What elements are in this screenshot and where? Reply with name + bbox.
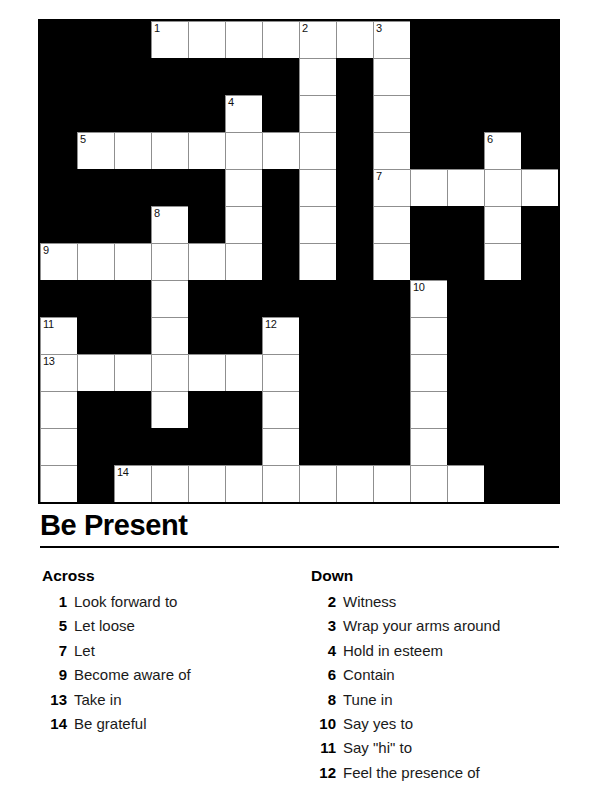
down-clue-text: Say yes to (343, 712, 413, 736)
block-cell-r10c8 (336, 391, 373, 428)
block-cell-r10c12 (484, 391, 521, 428)
cell-r5c3[interactable]: 8 (151, 206, 188, 243)
block-cell-r4c1 (77, 169, 114, 206)
block-cell-r11c3 (151, 428, 188, 465)
block-cell-r9c8 (336, 354, 373, 391)
cell-r6c9[interactable] (373, 243, 410, 280)
cell-r9c1[interactable] (77, 354, 114, 391)
block-cell-r7c1 (77, 280, 114, 317)
block-cell-r5c2 (114, 206, 151, 243)
cell-r6c0[interactable]: 9 (40, 243, 77, 280)
block-cell-r0c11 (447, 21, 484, 58)
block-cell-r7c9 (373, 280, 410, 317)
title-divider (40, 546, 559, 548)
cell-r1c9[interactable] (373, 58, 410, 95)
across-clue-number: 14 (40, 712, 67, 736)
cell-r12c11[interactable] (447, 465, 484, 502)
across-clue-14: 14Be grateful (40, 712, 305, 736)
block-cell-r10c2 (114, 391, 151, 428)
block-cell-r0c10 (410, 21, 447, 58)
block-cell-r1c11 (447, 58, 484, 95)
crossword-board: 1234567891011121314 (38, 19, 560, 504)
cell-r6c12[interactable] (484, 243, 521, 280)
block-cell-r5c1 (77, 206, 114, 243)
block-cell-r12c13 (521, 465, 558, 502)
block-cell-r11c7 (299, 428, 336, 465)
block-cell-r6c6 (262, 243, 299, 280)
cell-r5c9[interactable] (373, 206, 410, 243)
across-clue-9: 9Become aware of (40, 663, 305, 687)
cell-r0c3[interactable]: 1 (151, 21, 188, 58)
block-cell-r9c7 (299, 354, 336, 391)
clue-number-2: 2 (302, 22, 308, 34)
block-cell-r2c10 (410, 95, 447, 132)
cell-r0c5[interactable] (225, 21, 262, 58)
across-clue-number: 5 (40, 614, 67, 638)
block-cell-r8c1 (77, 317, 114, 354)
down-clue-text: Say "hi" to (343, 736, 412, 760)
block-cell-r11c9 (373, 428, 410, 465)
across-clue-5: 5Let loose (40, 614, 305, 638)
block-cell-r5c11 (447, 206, 484, 243)
down-clue-number: 3 (309, 614, 336, 638)
cell-r6c4[interactable] (188, 243, 225, 280)
down-clue-number: 2 (309, 590, 336, 614)
cell-r11c10[interactable] (410, 428, 447, 465)
cell-r3c6[interactable] (262, 132, 299, 169)
block-cell-r3c11 (447, 132, 484, 169)
block-cell-r9c12 (484, 354, 521, 391)
cell-r12c5[interactable] (225, 465, 262, 502)
across-clue-text: Be grateful (74, 712, 147, 736)
block-cell-r2c1 (77, 95, 114, 132)
block-cell-r0c12 (484, 21, 521, 58)
block-cell-r7c6 (262, 280, 299, 317)
cell-r1c7[interactable] (299, 58, 336, 95)
down-clue-text: Contain (343, 663, 395, 687)
block-cell-r2c12 (484, 95, 521, 132)
puzzle-title: Be Present (40, 509, 188, 542)
cell-r6c7[interactable] (299, 243, 336, 280)
block-cell-r8c2 (114, 317, 151, 354)
clue-number-9: 9 (43, 244, 49, 256)
cell-r3c9[interactable] (373, 132, 410, 169)
cell-r0c7[interactable]: 2 (299, 21, 336, 58)
block-cell-r1c5 (225, 58, 262, 95)
cell-r3c3[interactable] (151, 132, 188, 169)
block-cell-r11c5 (225, 428, 262, 465)
block-cell-r5c8 (336, 206, 373, 243)
down-clue-8: 8Tune in (309, 688, 574, 712)
across-clue-text: Take in (74, 688, 122, 712)
block-cell-r9c9 (373, 354, 410, 391)
block-cell-r10c13 (521, 391, 558, 428)
clue-number-11: 11 (43, 318, 54, 330)
down-clue-number: 6 (309, 663, 336, 687)
block-cell-r3c0 (40, 132, 77, 169)
down-clue-list: 2Witness3Wrap your arms around4Hold in e… (309, 590, 574, 785)
block-cell-r11c12 (484, 428, 521, 465)
block-cell-r9c13 (521, 354, 558, 391)
clue-number-5: 5 (80, 133, 86, 145)
cell-r12c3[interactable] (151, 465, 188, 502)
block-cell-r1c2 (114, 58, 151, 95)
cell-r10c3[interactable] (151, 391, 188, 428)
cell-r3c4[interactable] (188, 132, 225, 169)
block-cell-r2c0 (40, 95, 77, 132)
block-cell-r6c13 (521, 243, 558, 280)
across-clue-list: 1Look forward to5Let loose7Let9Become aw… (40, 590, 305, 736)
block-cell-r8c5 (225, 317, 262, 354)
clue-number-6: 6 (487, 133, 493, 145)
down-header: Down (311, 566, 574, 586)
across-clues-section: Across 1Look forward to5Let loose7Let9Be… (40, 566, 305, 736)
block-cell-r5c6 (262, 206, 299, 243)
cell-r4c5[interactable] (225, 169, 262, 206)
cell-r9c5[interactable] (225, 354, 262, 391)
across-clue-13: 13Take in (40, 688, 305, 712)
block-cell-r4c0 (40, 169, 77, 206)
cell-r9c3[interactable] (151, 354, 188, 391)
block-cell-r2c4 (188, 95, 225, 132)
block-cell-r7c11 (447, 280, 484, 317)
down-clue-number: 10 (309, 712, 336, 736)
clue-number-1: 1 (154, 22, 160, 34)
block-cell-r7c7 (299, 280, 336, 317)
across-clue-number: 13 (40, 688, 67, 712)
block-cell-r2c8 (336, 95, 373, 132)
across-clue-number: 9 (40, 663, 67, 687)
block-cell-r8c11 (447, 317, 484, 354)
across-clue-text: Let (74, 639, 95, 663)
block-cell-r2c13 (521, 95, 558, 132)
cell-r10c10[interactable] (410, 391, 447, 428)
block-cell-r1c12 (484, 58, 521, 95)
down-clue-2: 2Witness (309, 590, 574, 614)
block-cell-r6c10 (410, 243, 447, 280)
block-cell-r2c3 (151, 95, 188, 132)
block-cell-r11c13 (521, 428, 558, 465)
down-clue-10: 10Say yes to (309, 712, 574, 736)
block-cell-r10c11 (447, 391, 484, 428)
down-clue-number: 12 (309, 761, 336, 785)
block-cell-r4c6 (262, 169, 299, 206)
cell-r5c5[interactable] (225, 206, 262, 243)
down-clue-6: 6Contain (309, 663, 574, 687)
cell-r8c0[interactable]: 11 (40, 317, 77, 354)
cell-r3c5[interactable] (225, 132, 262, 169)
cell-r10c0[interactable] (40, 391, 77, 428)
cell-r8c10[interactable] (410, 317, 447, 354)
down-clue-text: Feel the presence of (343, 761, 480, 785)
cell-r6c3[interactable] (151, 243, 188, 280)
block-cell-r8c9 (373, 317, 410, 354)
clue-number-12: 12 (265, 318, 277, 330)
cell-r3c12[interactable]: 6 (484, 132, 521, 169)
block-cell-r8c12 (484, 317, 521, 354)
block-cell-r11c8 (336, 428, 373, 465)
block-cell-r7c13 (521, 280, 558, 317)
down-clue-4: 4Hold in esteem (309, 639, 574, 663)
block-cell-r1c4 (188, 58, 225, 95)
cell-r12c7[interactable] (299, 465, 336, 502)
cell-r2c7[interactable] (299, 95, 336, 132)
cell-r3c1[interactable]: 5 (77, 132, 114, 169)
cell-r6c2[interactable] (114, 243, 151, 280)
cell-r4c11[interactable] (447, 169, 484, 206)
block-cell-r3c8 (336, 132, 373, 169)
clue-number-3: 3 (376, 22, 382, 34)
cell-r3c2[interactable] (114, 132, 151, 169)
block-cell-r10c7 (299, 391, 336, 428)
cell-r0c8[interactable] (336, 21, 373, 58)
block-cell-r0c13 (521, 21, 558, 58)
cell-r3c7[interactable] (299, 132, 336, 169)
block-cell-r4c4 (188, 169, 225, 206)
block-cell-r11c4 (188, 428, 225, 465)
cell-r2c9[interactable] (373, 95, 410, 132)
block-cell-r7c0 (40, 280, 77, 317)
block-cell-r10c4 (188, 391, 225, 428)
cell-r12c9[interactable] (373, 465, 410, 502)
cell-r9c2[interactable] (114, 354, 151, 391)
cell-r12c0[interactable] (40, 465, 77, 502)
clue-number-13: 13 (43, 355, 55, 367)
block-cell-r8c8 (336, 317, 373, 354)
cell-r4c7[interactable] (299, 169, 336, 206)
block-cell-r8c4 (188, 317, 225, 354)
block-cell-r5c13 (521, 206, 558, 243)
cell-r4c12[interactable] (484, 169, 521, 206)
block-cell-r1c10 (410, 58, 447, 95)
down-clue-text: Witness (343, 590, 396, 614)
across-clue-1: 1Look forward to (40, 590, 305, 614)
across-clue-text: Let loose (74, 614, 135, 638)
cell-r5c12[interactable] (484, 206, 521, 243)
crossword-grid: 1234567891011121314 (40, 21, 558, 502)
block-cell-r7c5 (225, 280, 262, 317)
block-cell-r1c6 (262, 58, 299, 95)
block-cell-r11c11 (447, 428, 484, 465)
down-clue-12: 12Feel the presence of (309, 761, 574, 785)
down-clue-3: 3Wrap your arms around (309, 614, 574, 638)
across-clue-number: 7 (40, 639, 67, 663)
block-cell-r10c1 (77, 391, 114, 428)
cell-r4c13[interactable] (521, 169, 558, 206)
down-clue-number: 8 (309, 688, 336, 712)
cell-r11c0[interactable] (40, 428, 77, 465)
block-cell-r6c11 (447, 243, 484, 280)
down-clue-text: Hold in esteem (343, 639, 443, 663)
block-cell-r8c7 (299, 317, 336, 354)
block-cell-r9c11 (447, 354, 484, 391)
cell-r12c8[interactable] (336, 465, 373, 502)
clue-number-4: 4 (228, 96, 234, 108)
block-cell-r2c11 (447, 95, 484, 132)
cell-r7c10[interactable]: 10 (410, 280, 447, 317)
cell-r9c0[interactable]: 13 (40, 354, 77, 391)
block-cell-r2c6 (262, 95, 299, 132)
cell-r0c6[interactable] (262, 21, 299, 58)
block-cell-r7c4 (188, 280, 225, 317)
down-clue-number: 11 (309, 736, 336, 760)
block-cell-r1c13 (521, 58, 558, 95)
block-cell-r7c2 (114, 280, 151, 317)
block-cell-r4c3 (151, 169, 188, 206)
across-clue-text: Become aware of (74, 663, 191, 687)
cell-r6c1[interactable] (77, 243, 114, 280)
block-cell-r1c1 (77, 58, 114, 95)
cell-r8c3[interactable] (151, 317, 188, 354)
block-cell-r6c8 (336, 243, 373, 280)
block-cell-r2c2 (114, 95, 151, 132)
block-cell-r12c1 (77, 465, 114, 502)
cell-r12c2[interactable]: 14 (114, 465, 151, 502)
block-cell-r1c8 (336, 58, 373, 95)
cell-r6c5[interactable] (225, 243, 262, 280)
cell-r5c7[interactable] (299, 206, 336, 243)
across-header: Across (42, 566, 305, 586)
cell-r9c4[interactable] (188, 354, 225, 391)
cell-r9c10[interactable] (410, 354, 447, 391)
block-cell-r4c8 (336, 169, 373, 206)
block-cell-r7c8 (336, 280, 373, 317)
block-cell-r3c10 (410, 132, 447, 169)
clue-number-7: 7 (376, 170, 382, 182)
across-clue-text: Look forward to (74, 590, 177, 614)
block-cell-r12c12 (484, 465, 521, 502)
block-cell-r4c2 (114, 169, 151, 206)
block-cell-r8c13 (521, 317, 558, 354)
block-cell-r5c0 (40, 206, 77, 243)
block-cell-r11c1 (77, 428, 114, 465)
clue-number-14: 14 (117, 466, 129, 478)
clue-number-10: 10 (413, 281, 425, 293)
block-cell-r0c1 (77, 21, 114, 58)
block-cell-r5c10 (410, 206, 447, 243)
across-clue-number: 1 (40, 590, 67, 614)
block-cell-r1c0 (40, 58, 77, 95)
cell-r12c10[interactable] (410, 465, 447, 502)
block-cell-r10c5 (225, 391, 262, 428)
block-cell-r10c9 (373, 391, 410, 428)
cell-r0c9[interactable]: 3 (373, 21, 410, 58)
cell-r0c4[interactable] (188, 21, 225, 58)
block-cell-r1c3 (151, 58, 188, 95)
cell-r9c6[interactable] (262, 354, 299, 391)
cell-r8c6[interactable]: 12 (262, 317, 299, 354)
cell-r4c10[interactable] (410, 169, 447, 206)
block-cell-r3c13 (521, 132, 558, 169)
clue-number-8: 8 (154, 207, 160, 219)
cell-r12c4[interactable] (188, 465, 225, 502)
across-clue-7: 7Let (40, 639, 305, 663)
cell-r11c6[interactable] (262, 428, 299, 465)
down-clue-11: 11Say "hi" to (309, 736, 574, 760)
block-cell-r0c0 (40, 21, 77, 58)
cell-r7c3[interactable] (151, 280, 188, 317)
block-cell-r7c12 (484, 280, 521, 317)
down-clue-number: 4 (309, 639, 336, 663)
down-clue-text: Tune in (343, 688, 392, 712)
block-cell-r0c2 (114, 21, 151, 58)
down-clue-text: Wrap your arms around (343, 614, 500, 638)
down-clues-section: Down 2Witness3Wrap your arms around4Hold… (309, 566, 574, 785)
cell-r2c5[interactable]: 4 (225, 95, 262, 132)
block-cell-r11c2 (114, 428, 151, 465)
cell-r10c6[interactable] (262, 391, 299, 428)
cell-r12c6[interactable] (262, 465, 299, 502)
cell-r4c9[interactable]: 7 (373, 169, 410, 206)
block-cell-r5c4 (188, 206, 225, 243)
